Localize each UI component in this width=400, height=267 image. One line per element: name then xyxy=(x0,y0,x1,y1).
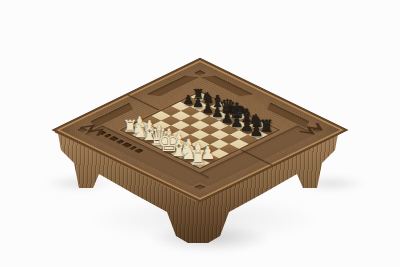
carved-slot xyxy=(194,184,205,189)
chess-box-photo: ♜♞♝♛♚♝♞♜♟♟♟♟♟♟♟♟♟♟♟♟♟♟♟♟♜♞♝♛♚♝♞♜ xyxy=(0,0,400,267)
piece-black-pawn[interactable]: ♟ xyxy=(249,124,263,139)
carved-slot xyxy=(194,70,205,75)
piece-white-rook[interactable]: ♜ xyxy=(189,148,207,169)
